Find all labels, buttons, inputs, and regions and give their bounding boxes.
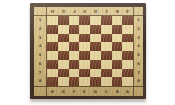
square-e6 bbox=[79, 60, 90, 69]
coords-left: 12345678 bbox=[34, 16, 46, 86]
file-label-b: B bbox=[114, 89, 121, 95]
rank-label-8: 8 bbox=[36, 79, 43, 84]
square-d2 bbox=[90, 25, 101, 34]
square-h4 bbox=[47, 42, 58, 51]
square-f7 bbox=[69, 69, 80, 78]
file-label-h: H bbox=[49, 89, 56, 95]
square-f4 bbox=[69, 42, 80, 51]
coords-top: HGFEDCBA bbox=[47, 7, 133, 15]
square-c1 bbox=[101, 16, 112, 25]
square-h3 bbox=[47, 34, 58, 43]
square-b3 bbox=[112, 34, 123, 43]
square-e7 bbox=[79, 69, 90, 78]
square-f6 bbox=[69, 60, 80, 69]
square-a1 bbox=[122, 16, 133, 25]
file-label-f: F bbox=[71, 89, 78, 95]
square-b5 bbox=[112, 51, 123, 60]
square-h8 bbox=[47, 77, 58, 86]
square-g2 bbox=[58, 25, 69, 34]
square-g5 bbox=[58, 51, 69, 60]
square-b7 bbox=[112, 69, 123, 78]
file-label-d: D bbox=[92, 9, 99, 14]
square-b4 bbox=[112, 42, 123, 51]
square-h7 bbox=[47, 69, 58, 78]
square-b6 bbox=[112, 60, 123, 69]
chess-board: HGFEDCBA HGFEDCBA 12345678 12345678 bbox=[30, 3, 146, 99]
square-d6 bbox=[90, 60, 101, 69]
file-label-c: C bbox=[103, 9, 110, 14]
square-e4 bbox=[79, 42, 90, 51]
square-g1 bbox=[58, 16, 69, 25]
file-label-f: F bbox=[71, 9, 78, 14]
square-e2 bbox=[79, 25, 90, 34]
square-a6 bbox=[122, 60, 133, 69]
square-e1 bbox=[79, 16, 90, 25]
rank-label-5: 5 bbox=[136, 53, 142, 58]
square-a2 bbox=[122, 25, 133, 34]
rank-label-4: 4 bbox=[136, 44, 142, 49]
coords-right: 12345678 bbox=[134, 16, 143, 86]
rank-label-7: 7 bbox=[136, 70, 142, 75]
file-label-d: D bbox=[92, 89, 99, 95]
square-a4 bbox=[122, 42, 133, 51]
file-label-h: H bbox=[49, 9, 56, 14]
square-a3 bbox=[122, 34, 133, 43]
coords-bottom: HGFEDCBA bbox=[47, 87, 133, 96]
square-b2 bbox=[112, 25, 123, 34]
rank-label-8: 8 bbox=[136, 79, 142, 84]
square-d5 bbox=[90, 51, 101, 60]
square-c7 bbox=[101, 69, 112, 78]
rank-label-2: 2 bbox=[36, 26, 43, 31]
square-c5 bbox=[101, 51, 112, 60]
square-d7 bbox=[90, 69, 101, 78]
file-label-g: G bbox=[60, 89, 67, 95]
square-a5 bbox=[122, 51, 133, 60]
square-d8 bbox=[90, 77, 101, 86]
square-c4 bbox=[101, 42, 112, 51]
file-label-c: C bbox=[103, 89, 110, 95]
square-c2 bbox=[101, 25, 112, 34]
square-d3 bbox=[90, 34, 101, 43]
square-f1 bbox=[69, 16, 80, 25]
square-h2 bbox=[47, 25, 58, 34]
rank-label-2: 2 bbox=[136, 26, 142, 31]
square-e8 bbox=[79, 77, 90, 86]
square-c3 bbox=[101, 34, 112, 43]
square-e5 bbox=[79, 51, 90, 60]
square-d4 bbox=[90, 42, 101, 51]
square-e3 bbox=[79, 34, 90, 43]
square-h1 bbox=[47, 16, 58, 25]
rank-label-6: 6 bbox=[136, 61, 142, 66]
rank-label-3: 3 bbox=[136, 35, 142, 40]
rank-label-6: 6 bbox=[36, 61, 43, 66]
file-label-b: B bbox=[114, 9, 121, 14]
file-label-e: E bbox=[81, 89, 88, 95]
square-b8 bbox=[112, 77, 123, 86]
square-h5 bbox=[47, 51, 58, 60]
square-f8 bbox=[69, 77, 80, 86]
rank-label-3: 3 bbox=[36, 35, 43, 40]
square-c6 bbox=[101, 60, 112, 69]
file-label-a: A bbox=[124, 9, 131, 14]
rank-label-1: 1 bbox=[36, 18, 43, 23]
photo-background: HGFEDCBA HGFEDCBA 12345678 12345678 bbox=[0, 0, 175, 105]
square-a7 bbox=[122, 69, 133, 78]
square-f2 bbox=[69, 25, 80, 34]
square-g3 bbox=[58, 34, 69, 43]
board-grid bbox=[47, 16, 133, 86]
square-b1 bbox=[112, 16, 123, 25]
rank-label-1: 1 bbox=[136, 18, 142, 23]
square-g6 bbox=[58, 60, 69, 69]
rank-label-7: 7 bbox=[36, 70, 43, 75]
file-label-e: E bbox=[81, 9, 88, 14]
file-label-g: G bbox=[60, 9, 67, 14]
square-d1 bbox=[90, 16, 101, 25]
square-g8 bbox=[58, 77, 69, 86]
file-label-a: A bbox=[124, 89, 131, 95]
square-h6 bbox=[47, 60, 58, 69]
rank-label-5: 5 bbox=[36, 53, 43, 58]
square-a8 bbox=[122, 77, 133, 86]
rank-label-4: 4 bbox=[36, 44, 43, 49]
square-c8 bbox=[101, 77, 112, 86]
square-f3 bbox=[69, 34, 80, 43]
square-g7 bbox=[58, 69, 69, 78]
square-g4 bbox=[58, 42, 69, 51]
square-f5 bbox=[69, 51, 80, 60]
